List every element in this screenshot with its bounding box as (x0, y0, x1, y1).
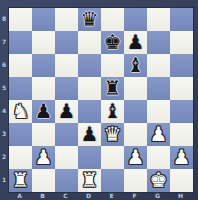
piece-white-pawn-h2[interactable]: ♟ (170, 146, 193, 169)
piece-black-pawn-d3[interactable]: ♟ (78, 123, 101, 146)
square-g4[interactable] (147, 100, 170, 123)
file-label-e: E (100, 191, 123, 200)
square-a1[interactable]: ♜ (9, 169, 32, 192)
piece-black-bishop-e4[interactable]: ♝ (101, 100, 124, 123)
square-c8[interactable] (55, 8, 78, 31)
rank-label-4: 4 (0, 99, 8, 122)
square-g8[interactable] (147, 8, 170, 31)
square-c5[interactable] (55, 77, 78, 100)
piece-black-king-e7[interactable]: ♚ (101, 31, 124, 54)
square-e3[interactable]: ♛ (101, 123, 124, 146)
square-a5[interactable] (9, 77, 32, 100)
piece-white-knight-a4[interactable]: ♞ (9, 100, 32, 123)
square-d4[interactable] (78, 100, 101, 123)
square-b5[interactable] (32, 77, 55, 100)
square-b6[interactable] (32, 54, 55, 77)
square-h2[interactable]: ♟ (170, 146, 193, 169)
chess-board-frame: ♛♚♟♝♜♞♟♟♝♟♛♟♟♟♟♜♜♚ 87654321 ABCDEFGH (0, 0, 198, 200)
rank-label-6: 6 (0, 53, 8, 76)
piece-black-bishop-f6[interactable]: ♝ (124, 54, 147, 77)
square-c2[interactable] (55, 146, 78, 169)
piece-white-pawn-f2[interactable]: ♟ (124, 146, 147, 169)
square-b4[interactable]: ♟ (32, 100, 55, 123)
square-e6[interactable] (101, 54, 124, 77)
rank-label-1: 1 (0, 168, 8, 191)
square-d8[interactable]: ♛ (78, 8, 101, 31)
square-g6[interactable] (147, 54, 170, 77)
square-c7[interactable] (55, 31, 78, 54)
square-a2[interactable] (9, 146, 32, 169)
square-e7[interactable]: ♚ (101, 31, 124, 54)
piece-white-rook-d1[interactable]: ♜ (78, 169, 101, 192)
square-h5[interactable] (170, 77, 193, 100)
square-f2[interactable]: ♟ (124, 146, 147, 169)
file-label-g: G (146, 191, 169, 200)
square-e8[interactable] (101, 8, 124, 31)
square-g5[interactable] (147, 77, 170, 100)
square-d1[interactable]: ♜ (78, 169, 101, 192)
square-h4[interactable] (170, 100, 193, 123)
file-label-d: D (77, 191, 100, 200)
square-f3[interactable] (124, 123, 147, 146)
square-g7[interactable] (147, 31, 170, 54)
square-e5[interactable]: ♜ (101, 77, 124, 100)
piece-black-queen-d8[interactable]: ♛ (78, 8, 101, 31)
square-d2[interactable] (78, 146, 101, 169)
file-label-f: F (123, 191, 146, 200)
square-e2[interactable] (101, 146, 124, 169)
square-b3[interactable] (32, 123, 55, 146)
rank-label-8: 8 (0, 7, 8, 30)
piece-white-king-g1[interactable]: ♚ (147, 169, 170, 192)
square-a6[interactable] (9, 54, 32, 77)
square-e4[interactable]: ♝ (101, 100, 124, 123)
square-g3[interactable]: ♟ (147, 123, 170, 146)
square-f7[interactable]: ♟ (124, 31, 147, 54)
file-label-a: A (8, 191, 31, 200)
square-c1[interactable] (55, 169, 78, 192)
square-h1[interactable] (170, 169, 193, 192)
square-d6[interactable] (78, 54, 101, 77)
piece-black-pawn-c4[interactable]: ♟ (55, 100, 78, 123)
square-b2[interactable]: ♟ (32, 146, 55, 169)
file-label-h: H (169, 191, 192, 200)
piece-white-pawn-g3[interactable]: ♟ (147, 123, 170, 146)
square-a3[interactable] (9, 123, 32, 146)
rank-label-7: 7 (0, 30, 8, 53)
square-h3[interactable] (170, 123, 193, 146)
square-d5[interactable] (78, 77, 101, 100)
square-c3[interactable] (55, 123, 78, 146)
square-h8[interactable] (170, 8, 193, 31)
file-label-c: C (54, 191, 77, 200)
square-h6[interactable] (170, 54, 193, 77)
square-a4[interactable]: ♞ (9, 100, 32, 123)
square-f1[interactable] (124, 169, 147, 192)
board-grid: ♛♚♟♝♜♞♟♟♝♟♛♟♟♟♟♜♜♚ (8, 7, 194, 193)
rank-label-3: 3 (0, 122, 8, 145)
square-f8[interactable] (124, 8, 147, 31)
square-c4[interactable]: ♟ (55, 100, 78, 123)
square-c6[interactable] (55, 54, 78, 77)
square-f5[interactable] (124, 77, 147, 100)
square-f4[interactable] (124, 100, 147, 123)
piece-black-rook-e5[interactable]: ♜ (101, 77, 124, 100)
square-d7[interactable] (78, 31, 101, 54)
square-b8[interactable] (32, 8, 55, 31)
rank-label-5: 5 (0, 76, 8, 99)
rank-label-2: 2 (0, 145, 8, 168)
square-e1[interactable] (101, 169, 124, 192)
piece-black-pawn-b4[interactable]: ♟ (32, 100, 55, 123)
piece-white-pawn-b2[interactable]: ♟ (32, 146, 55, 169)
square-a8[interactable] (9, 8, 32, 31)
piece-black-pawn-f7[interactable]: ♟ (124, 31, 147, 54)
file-label-b: B (31, 191, 54, 200)
square-d3[interactable]: ♟ (78, 123, 101, 146)
square-a7[interactable] (9, 31, 32, 54)
piece-white-queen-e3[interactable]: ♛ (101, 123, 124, 146)
square-h7[interactable] (170, 31, 193, 54)
square-b1[interactable] (32, 169, 55, 192)
square-b7[interactable] (32, 31, 55, 54)
square-f6[interactable]: ♝ (124, 54, 147, 77)
square-g2[interactable] (147, 146, 170, 169)
square-g1[interactable]: ♚ (147, 169, 170, 192)
piece-white-rook-a1[interactable]: ♜ (9, 169, 32, 192)
